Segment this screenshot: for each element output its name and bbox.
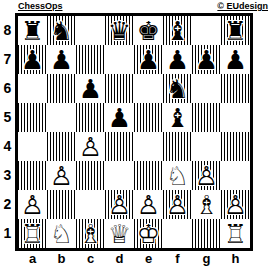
square-a3[interactable] — [18, 161, 47, 190]
square-c1[interactable] — [76, 219, 105, 248]
square-c5[interactable] — [76, 103, 105, 132]
file-label-d: d — [105, 251, 134, 266]
chess-board — [15, 13, 253, 251]
square-b1[interactable] — [47, 219, 76, 248]
piece-black-pawn-d5[interactable] — [105, 103, 134, 132]
square-d8[interactable] — [105, 16, 134, 45]
piece-black-pawn-a7[interactable] — [18, 45, 47, 74]
square-g6[interactable] — [192, 74, 221, 103]
square-h7[interactable] — [221, 45, 250, 74]
rank-label-4: 4 — [0, 132, 15, 161]
piece-black-bishop-f5[interactable] — [163, 103, 192, 132]
piece-black-rook-a8[interactable] — [18, 16, 47, 45]
square-e3[interactable] — [134, 161, 163, 190]
piece-white-knight-f3[interactable] — [163, 161, 192, 190]
rank-label-3: 3 — [0, 161, 15, 190]
square-d2[interactable] — [105, 190, 134, 219]
square-h2[interactable] — [221, 190, 250, 219]
piece-black-queen-d8[interactable] — [105, 16, 134, 45]
piece-black-king-e8[interactable] — [134, 16, 163, 45]
file-labels: abcdefgh — [18, 251, 270, 266]
square-g2[interactable] — [192, 190, 221, 219]
piece-white-pawn-h2[interactable] — [221, 190, 250, 219]
piece-black-bishop-f8[interactable] — [163, 16, 192, 45]
square-g3[interactable] — [192, 161, 221, 190]
piece-black-pawn-g7[interactable] — [192, 45, 221, 74]
rank-label-5: 5 — [0, 103, 15, 132]
piece-black-pawn-e7[interactable] — [134, 45, 163, 74]
square-b8[interactable] — [47, 16, 76, 45]
square-a4[interactable] — [18, 132, 47, 161]
piece-white-pawn-d2[interactable] — [105, 190, 134, 219]
piece-white-king-e1[interactable] — [134, 219, 163, 248]
square-e7[interactable] — [134, 45, 163, 74]
square-c4[interactable] — [76, 132, 105, 161]
square-d4[interactable] — [105, 132, 134, 161]
piece-white-knight-b1[interactable] — [47, 219, 76, 248]
square-h1[interactable] — [221, 219, 250, 248]
header-bar: ChessOps © EUdesign — [0, 0, 270, 13]
file-label-c: c — [76, 251, 105, 266]
square-f3[interactable] — [163, 161, 192, 190]
square-h3[interactable] — [221, 161, 250, 190]
square-g5[interactable] — [192, 103, 221, 132]
piece-black-pawn-f7[interactable] — [163, 45, 192, 74]
square-c3[interactable] — [76, 161, 105, 190]
piece-black-pawn-h7[interactable] — [221, 45, 250, 74]
piece-white-pawn-f2[interactable] — [163, 190, 192, 219]
piece-white-pawn-b3[interactable] — [47, 161, 76, 190]
piece-black-knight-f6[interactable] — [163, 74, 192, 103]
piece-white-pawn-e2[interactable] — [134, 190, 163, 219]
square-g4[interactable] — [192, 132, 221, 161]
square-c8[interactable] — [76, 16, 105, 45]
square-d6[interactable] — [105, 74, 134, 103]
square-b6[interactable] — [47, 74, 76, 103]
square-a2[interactable] — [18, 190, 47, 219]
square-a6[interactable] — [18, 74, 47, 103]
copyright-credit: © EUdesign — [217, 1, 268, 12]
piece-white-pawn-g3[interactable] — [192, 161, 221, 190]
square-h8[interactable] — [221, 16, 250, 45]
square-g7[interactable] — [192, 45, 221, 74]
square-b3[interactable] — [47, 161, 76, 190]
square-c2[interactable] — [76, 190, 105, 219]
square-c6[interactable] — [76, 74, 105, 103]
file-label-a: a — [18, 251, 47, 266]
square-g8[interactable] — [192, 16, 221, 45]
square-f6[interactable] — [163, 74, 192, 103]
square-b2[interactable] — [47, 190, 76, 219]
square-d3[interactable] — [105, 161, 134, 190]
piece-white-rook-a1[interactable] — [18, 219, 47, 248]
square-e6[interactable] — [134, 74, 163, 103]
piece-black-pawn-b7[interactable] — [47, 45, 76, 74]
board-area: 87654321 — [0, 13, 270, 251]
square-a7[interactable] — [18, 45, 47, 74]
square-g1[interactable] — [192, 219, 221, 248]
square-e2[interactable] — [134, 190, 163, 219]
rank-label-2: 2 — [0, 190, 15, 219]
piece-black-pawn-c6[interactable] — [76, 74, 105, 103]
piece-white-pawn-a2[interactable] — [18, 190, 47, 219]
file-label-f: f — [163, 251, 192, 266]
piece-white-queen-d1[interactable] — [105, 219, 134, 248]
rank-labels: 87654321 — [0, 13, 15, 251]
rank-label-6: 6 — [0, 74, 15, 103]
square-f8[interactable] — [163, 16, 192, 45]
square-f7[interactable] — [163, 45, 192, 74]
rank-label-7: 7 — [0, 45, 15, 74]
file-label-b: b — [47, 251, 76, 266]
square-a8[interactable] — [18, 16, 47, 45]
piece-white-rook-h1[interactable] — [221, 219, 250, 248]
square-b7[interactable] — [47, 45, 76, 74]
rank-label-8: 8 — [0, 16, 15, 45]
square-h4[interactable] — [221, 132, 250, 161]
square-d7[interactable] — [105, 45, 134, 74]
square-e5[interactable] — [134, 103, 163, 132]
chessops-window: ChessOps © EUdesign 87654321 abcdefgh — [0, 0, 270, 270]
app-title: ChessOps — [18, 1, 63, 12]
square-h6[interactable] — [221, 74, 250, 103]
square-c7[interactable] — [76, 45, 105, 74]
square-f5[interactable] — [163, 103, 192, 132]
square-f4[interactable] — [163, 132, 192, 161]
piece-black-knight-b8[interactable] — [47, 16, 76, 45]
piece-black-rook-h8[interactable] — [221, 16, 250, 45]
square-h5[interactable] — [221, 103, 250, 132]
square-e8[interactable] — [134, 16, 163, 45]
square-a1[interactable] — [18, 219, 47, 248]
square-f2[interactable] — [163, 190, 192, 219]
piece-white-pawn-c4[interactable] — [76, 132, 105, 161]
square-e1[interactable] — [134, 219, 163, 248]
square-a5[interactable] — [18, 103, 47, 132]
square-d5[interactable] — [105, 103, 134, 132]
rank-label-1: 1 — [0, 219, 15, 248]
piece-white-bishop-g2[interactable] — [192, 190, 221, 219]
square-b5[interactable] — [47, 103, 76, 132]
file-label-g: g — [192, 251, 221, 266]
square-d1[interactable] — [105, 219, 134, 248]
file-label-e: e — [134, 251, 163, 266]
square-b4[interactable] — [47, 132, 76, 161]
piece-white-bishop-c1[interactable] — [76, 219, 105, 248]
square-f1[interactable] — [163, 219, 192, 248]
square-e4[interactable] — [134, 132, 163, 161]
file-label-h: h — [221, 251, 250, 266]
